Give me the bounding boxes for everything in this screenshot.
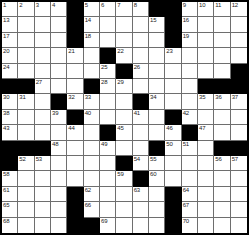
clue-number: 26 — [134, 64, 140, 71]
grid-cell[interactable] — [182, 94, 198, 109]
grid-cell[interactable]: 10 — [198, 2, 214, 17]
grid-cell[interactable] — [149, 48, 165, 63]
grid-cell[interactable] — [214, 64, 230, 79]
grid-cell[interactable] — [116, 202, 132, 217]
grid-cell[interactable] — [51, 218, 67, 233]
grid-cell[interactable]: 60 — [149, 171, 165, 186]
grid-cell[interactable] — [18, 33, 34, 48]
clue-number: 16 — [183, 17, 189, 24]
clue-number: 37 — [232, 94, 238, 101]
grid-cell[interactable] — [149, 202, 165, 217]
grid-cell[interactable]: 59 — [116, 171, 132, 186]
black-square — [100, 125, 116, 140]
grid-cell[interactable]: 43 — [2, 125, 18, 140]
grid-cell[interactable]: 40 — [84, 110, 100, 125]
clue-number: 59 — [117, 171, 123, 178]
grid-cell[interactable] — [116, 110, 132, 125]
grid-cell[interactable]: 66 — [84, 202, 100, 217]
grid-cell[interactable] — [84, 171, 100, 186]
clue-number: 53 — [36, 156, 42, 163]
grid-cell[interactable]: 50 — [165, 141, 181, 156]
grid-cell[interactable]: 8 — [133, 2, 149, 17]
clue-number: 63 — [134, 187, 140, 194]
black-square — [231, 64, 247, 79]
clue-number: 1 — [3, 2, 6, 9]
grid-cell[interactable] — [198, 171, 214, 186]
clue-number: 23 — [166, 48, 172, 55]
grid-cell[interactable]: 34 — [149, 94, 165, 109]
grid-cell[interactable] — [165, 94, 181, 109]
black-square — [133, 94, 149, 109]
black-square — [2, 79, 18, 94]
grid-cell[interactable]: 65 — [2, 202, 18, 217]
grid-cell[interactable]: 53 — [35, 156, 51, 171]
grid-cell[interactable] — [51, 17, 67, 32]
grid-cell[interactable]: 27 — [35, 79, 51, 94]
grid-cell[interactable]: 6 — [100, 2, 116, 17]
grid-cell[interactable] — [35, 64, 51, 79]
grid-cell[interactable]: 13 — [2, 17, 18, 32]
clue-number: 29 — [117, 79, 123, 86]
grid-cell[interactable]: 5 — [84, 2, 100, 17]
grid-cell[interactable] — [51, 125, 67, 140]
grid-cell[interactable] — [165, 171, 181, 186]
black-square — [116, 156, 132, 171]
grid-cell[interactable]: 36 — [214, 94, 230, 109]
grid-cell[interactable] — [35, 202, 51, 217]
clue-number: 2 — [19, 2, 22, 9]
grid-cell[interactable] — [35, 171, 51, 186]
grid-cell[interactable] — [18, 125, 34, 140]
grid-cell[interactable]: 7 — [116, 2, 132, 17]
clue-number: 44 — [68, 125, 74, 132]
grid-cell[interactable]: 14 — [84, 17, 100, 32]
grid-cell[interactable] — [51, 171, 67, 186]
black-square — [165, 218, 181, 233]
grid-cell[interactable] — [100, 94, 116, 109]
grid-cell[interactable]: 18 — [84, 33, 100, 48]
clue-number: 36 — [215, 94, 221, 101]
clue-number: 69 — [101, 218, 107, 225]
grid-cell[interactable]: 69 — [100, 218, 116, 233]
grid-cell[interactable]: 21 — [67, 48, 83, 63]
clue-number: 18 — [85, 33, 91, 40]
clue-number: 54 — [134, 156, 140, 163]
grid-cell[interactable]: 30 — [2, 94, 18, 109]
grid-cell[interactable] — [116, 141, 132, 156]
clue-number: 28 — [101, 79, 107, 86]
grid-cell[interactable]: 39 — [51, 110, 67, 125]
grid-cell[interactable] — [18, 110, 34, 125]
clue-number: 25 — [101, 64, 107, 71]
black-square — [182, 125, 198, 140]
black-square — [214, 79, 230, 94]
grid-cell[interactable] — [149, 125, 165, 140]
grid-cell[interactable] — [214, 17, 230, 32]
clue-number: 9 — [183, 2, 186, 9]
grid-cell[interactable] — [133, 33, 149, 48]
grid-cell[interactable] — [67, 79, 83, 94]
grid-cell[interactable]: 64 — [182, 187, 198, 202]
grid-cell[interactable] — [149, 218, 165, 233]
clue-number: 4 — [52, 2, 55, 9]
grid-cell[interactable] — [198, 17, 214, 32]
grid-cell[interactable] — [231, 218, 247, 233]
grid-cell[interactable] — [100, 202, 116, 217]
grid-cell[interactable] — [198, 141, 214, 156]
grid-cell[interactable] — [67, 64, 83, 79]
black-square — [133, 171, 149, 186]
clue-number: 60 — [150, 171, 156, 178]
grid-cell[interactable]: 2 — [18, 2, 34, 17]
black-square — [165, 202, 181, 217]
grid-cell[interactable] — [214, 110, 230, 125]
grid-cell[interactable] — [100, 171, 116, 186]
grid-cell[interactable] — [116, 94, 132, 109]
grid-cell[interactable] — [231, 125, 247, 140]
grid-cell[interactable] — [149, 110, 165, 125]
clue-number: 62 — [85, 187, 91, 194]
clue-number: 49 — [101, 141, 107, 148]
clue-number: 66 — [85, 202, 91, 209]
grid-cell[interactable] — [84, 48, 100, 63]
grid-cell[interactable]: 12 — [231, 2, 247, 17]
grid-cell[interactable] — [35, 17, 51, 32]
grid-cell[interactable]: 33 — [84, 94, 100, 109]
black-square — [165, 2, 181, 17]
black-square — [67, 17, 83, 32]
grid-cell[interactable]: 48 — [51, 141, 67, 156]
grid-cell[interactable]: 56 — [214, 156, 230, 171]
grid-cell[interactable]: 17 — [2, 33, 18, 48]
grid-cell[interactable]: 32 — [67, 94, 83, 109]
black-square — [18, 141, 34, 156]
grid-cell[interactable] — [51, 156, 67, 171]
grid-cell[interactable] — [100, 187, 116, 202]
grid-cell[interactable] — [18, 171, 34, 186]
grid-cell[interactable] — [198, 64, 214, 79]
grid-cell[interactable] — [133, 141, 149, 156]
clue-number: 34 — [150, 94, 156, 101]
grid-cell[interactable] — [116, 218, 132, 233]
grid-cell[interactable] — [35, 48, 51, 63]
black-square — [2, 156, 18, 171]
clue-number: 7 — [117, 2, 120, 9]
black-square — [84, 79, 100, 94]
grid-cell[interactable]: 45 — [116, 125, 132, 140]
grid-cell[interactable] — [231, 17, 247, 32]
grid-cell[interactable]: 46 — [165, 125, 181, 140]
clue-number: 19 — [183, 33, 189, 40]
grid-cell[interactable] — [51, 48, 67, 63]
black-square — [67, 110, 83, 125]
grid-cell[interactable] — [149, 64, 165, 79]
grid-cell[interactable] — [149, 33, 165, 48]
clue-number: 35 — [199, 94, 205, 101]
clue-number: 39 — [52, 110, 58, 117]
grid-cell[interactable] — [67, 156, 83, 171]
grid-cell[interactable]: 68 — [2, 218, 18, 233]
grid-cell[interactable]: 62 — [84, 187, 100, 202]
clue-number: 55 — [150, 156, 156, 163]
black-square — [67, 218, 83, 233]
black-square — [51, 94, 67, 109]
grid-cell[interactable] — [18, 202, 34, 217]
grid-cell[interactable] — [231, 187, 247, 202]
grid-cell[interactable]: 38 — [2, 110, 18, 125]
grid-cell[interactable] — [133, 202, 149, 217]
grid-cell[interactable]: 42 — [182, 110, 198, 125]
clue-number: 58 — [3, 171, 9, 178]
clue-number: 42 — [183, 110, 189, 117]
grid-cell[interactable] — [51, 79, 67, 94]
black-square — [18, 79, 34, 94]
clue-number: 40 — [85, 110, 91, 117]
grid-cell[interactable]: 37 — [231, 94, 247, 109]
clue-number: 67 — [183, 202, 189, 209]
grid-cell[interactable] — [182, 156, 198, 171]
clue-number: 31 — [19, 94, 25, 101]
clue-number: 68 — [3, 218, 9, 225]
grid-cell[interactable]: 49 — [100, 141, 116, 156]
clue-number: 50 — [166, 141, 172, 148]
grid-cell[interactable]: 51 — [182, 141, 198, 156]
grid-cell[interactable] — [84, 141, 100, 156]
grid-cell[interactable] — [231, 48, 247, 63]
grid-cell[interactable] — [149, 187, 165, 202]
grid-cell[interactable] — [84, 125, 100, 140]
clue-number: 20 — [3, 48, 9, 55]
crossword-grid: 1234567891011121314151617181920212223242… — [0, 0, 249, 235]
grid-cell[interactable] — [18, 64, 34, 79]
clue-number: 13 — [3, 17, 9, 24]
grid-cell[interactable]: 4 — [51, 2, 67, 17]
black-square — [67, 2, 83, 17]
black-square — [165, 110, 181, 125]
grid-cell[interactable] — [231, 202, 247, 217]
grid-cell[interactable] — [35, 110, 51, 125]
grid-cell[interactable] — [116, 187, 132, 202]
clue-number: 41 — [134, 110, 140, 117]
black-square — [198, 79, 214, 94]
grid-cell[interactable]: 41 — [133, 110, 149, 125]
black-square — [67, 202, 83, 217]
clue-number: 56 — [215, 156, 221, 163]
grid-cell[interactable]: 54 — [133, 156, 149, 171]
grid-cell[interactable]: 58 — [2, 171, 18, 186]
grid-cell[interactable]: 3 — [35, 2, 51, 17]
grid-cell[interactable] — [214, 33, 230, 48]
grid-cell[interactable] — [133, 218, 149, 233]
grid-cell[interactable] — [35, 94, 51, 109]
grid-cell[interactable] — [51, 187, 67, 202]
grid-cell[interactable]: 63 — [133, 187, 149, 202]
crossword-screenshot: 1234567891011121314151617181920212223242… — [0, 0, 249, 235]
clue-number: 65 — [3, 202, 9, 209]
grid-cell[interactable] — [214, 171, 230, 186]
grid-cell[interactable] — [182, 48, 198, 63]
grid-cell[interactable]: 11 — [214, 2, 230, 17]
clue-number: 12 — [232, 2, 238, 9]
grid-cell[interactable]: 55 — [149, 156, 165, 171]
black-square — [67, 33, 83, 48]
grid-cell[interactable] — [214, 48, 230, 63]
grid-cell[interactable]: 47 — [198, 125, 214, 140]
grid-cell[interactable]: 70 — [182, 218, 198, 233]
black-square — [231, 79, 247, 94]
grid-cell[interactable] — [18, 187, 34, 202]
clue-number: 27 — [36, 79, 42, 86]
clue-number: 61 — [3, 187, 9, 194]
clue-number: 47 — [199, 125, 205, 132]
grid-cell[interactable] — [214, 202, 230, 217]
clue-number: 22 — [117, 48, 123, 55]
black-square — [165, 17, 181, 32]
grid-cell[interactable] — [133, 17, 149, 32]
grid-cell[interactable]: 44 — [67, 125, 83, 140]
grid-cell[interactable] — [100, 17, 116, 32]
clue-number: 15 — [150, 17, 156, 24]
grid-cell[interactable]: 16 — [182, 17, 198, 32]
grid-cell[interactable] — [100, 33, 116, 48]
grid-cell[interactable]: 26 — [133, 64, 149, 79]
grid-cell[interactable] — [231, 171, 247, 186]
clue-number: 38 — [3, 110, 9, 117]
grid-cell[interactable] — [182, 171, 198, 186]
clue-number: 10 — [199, 2, 205, 9]
black-square — [231, 141, 247, 156]
grid-cell[interactable] — [67, 171, 83, 186]
black-square — [35, 141, 51, 156]
grid-cell[interactable] — [198, 187, 214, 202]
black-square — [67, 187, 83, 202]
grid-cell[interactable] — [116, 33, 132, 48]
grid-cell[interactable]: 29 — [116, 79, 132, 94]
grid-cell[interactable] — [18, 17, 34, 32]
grid-cell[interactable]: 31 — [18, 94, 34, 109]
black-square — [84, 218, 100, 233]
clue-number: 24 — [3, 64, 9, 71]
clue-number: 70 — [183, 218, 189, 225]
grid-cell[interactable]: 23 — [165, 48, 181, 63]
grid-cell[interactable] — [116, 17, 132, 32]
clue-number: 48 — [52, 141, 58, 148]
grid-cell[interactable] — [149, 79, 165, 94]
grid-cell[interactable]: 35 — [198, 94, 214, 109]
clue-number: 3 — [36, 2, 39, 9]
grid-cell[interactable]: 19 — [182, 33, 198, 48]
grid-cell[interactable] — [198, 110, 214, 125]
clue-number: 43 — [3, 125, 9, 132]
grid-cell[interactable]: 28 — [100, 79, 116, 94]
grid-cell[interactable] — [231, 33, 247, 48]
grid-cell[interactable]: 24 — [2, 64, 18, 79]
grid-cell[interactable] — [133, 48, 149, 63]
clue-number: 21 — [68, 48, 74, 55]
black-square — [214, 141, 230, 156]
grid-cell[interactable]: 1 — [2, 2, 18, 17]
clue-number: 46 — [166, 125, 172, 132]
grid-cell[interactable]: 57 — [231, 156, 247, 171]
grid-cell[interactable] — [84, 156, 100, 171]
grid-cell[interactable] — [51, 64, 67, 79]
grid-cell[interactable]: 25 — [100, 64, 116, 79]
clue-number: 8 — [134, 2, 137, 9]
grid-cell[interactable] — [214, 218, 230, 233]
grid-cell[interactable] — [214, 125, 230, 140]
clue-number: 5 — [85, 2, 88, 9]
grid-cell[interactable] — [198, 202, 214, 217]
grid-cell[interactable] — [198, 156, 214, 171]
clue-number: 64 — [183, 187, 189, 194]
clue-number: 32 — [68, 94, 74, 101]
grid-cell[interactable]: 61 — [2, 187, 18, 202]
grid-cell[interactable] — [182, 64, 198, 79]
grid-cell[interactable] — [198, 218, 214, 233]
clue-number: 30 — [3, 94, 9, 101]
grid-cell[interactable] — [100, 156, 116, 171]
grid-cell[interactable] — [214, 187, 230, 202]
grid-cell[interactable] — [231, 110, 247, 125]
black-square — [2, 141, 18, 156]
grid-cell[interactable] — [165, 156, 181, 171]
black-square — [149, 2, 165, 17]
grid-cell[interactable]: 67 — [182, 202, 198, 217]
grid-cell[interactable]: 52 — [18, 156, 34, 171]
grid-cell[interactable] — [165, 64, 181, 79]
clue-number: 6 — [101, 2, 104, 9]
grid-cell[interactable] — [84, 64, 100, 79]
grid-cell[interactable] — [35, 33, 51, 48]
black-square — [116, 64, 132, 79]
grid-cell[interactable] — [18, 218, 34, 233]
clue-number: 57 — [232, 156, 238, 163]
grid-cell[interactable] — [133, 79, 149, 94]
black-square — [100, 48, 116, 63]
black-square — [149, 141, 165, 156]
grid-cell[interactable] — [18, 48, 34, 63]
black-square — [165, 33, 181, 48]
grid-cell[interactable] — [198, 33, 214, 48]
grid-cell[interactable] — [35, 218, 51, 233]
clue-number: 17 — [3, 33, 9, 40]
grid-cell[interactable] — [133, 125, 149, 140]
grid-cell[interactable]: 22 — [116, 48, 132, 63]
clue-number: 14 — [85, 17, 91, 24]
grid-cell[interactable] — [165, 79, 181, 94]
grid-cell[interactable] — [35, 125, 51, 140]
grid-cell[interactable]: 9 — [182, 2, 198, 17]
clue-number: 52 — [19, 156, 25, 163]
grid-cell[interactable] — [51, 202, 67, 217]
grid-cell[interactable] — [67, 141, 83, 156]
clue-number: 11 — [215, 2, 221, 9]
clue-number: 51 — [183, 141, 189, 148]
clue-number: 33 — [85, 94, 91, 101]
grid-cell[interactable]: 20 — [2, 48, 18, 63]
grid-cell[interactable] — [182, 79, 198, 94]
grid-cell[interactable] — [51, 33, 67, 48]
grid-cell[interactable] — [35, 187, 51, 202]
grid-cell[interactable]: 15 — [149, 17, 165, 32]
clue-number: 45 — [117, 125, 123, 132]
grid-cell[interactable] — [100, 110, 116, 125]
grid-cell[interactable] — [198, 48, 214, 63]
black-square — [165, 187, 181, 202]
